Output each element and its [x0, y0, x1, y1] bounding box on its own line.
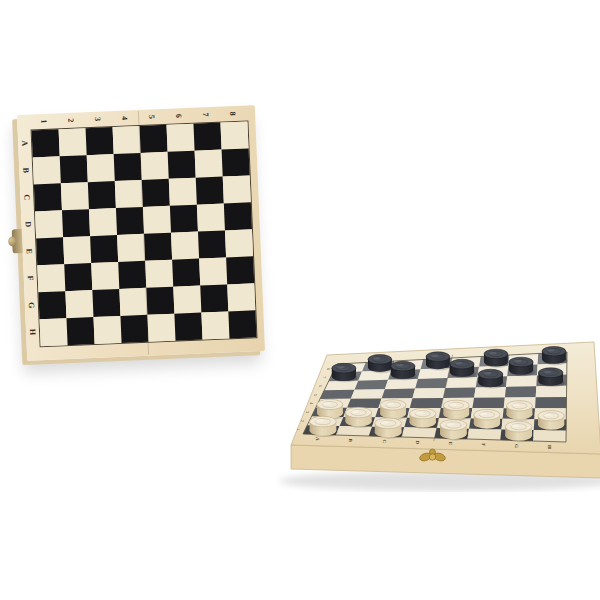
flat-square-c6: [385, 379, 418, 389]
flat-front-coordinate-label: F: [481, 443, 486, 446]
checker-piece-light-b2: [345, 407, 373, 427]
upright-square-C3: [88, 181, 116, 209]
upright-square-B7: [195, 150, 223, 178]
flat-square-f5: [474, 387, 506, 398]
flat-square-h5: [536, 386, 567, 398]
upright-square-E6: [171, 232, 199, 260]
flat-square-b5: [351, 389, 385, 399]
flat-square-f1: [467, 429, 501, 440]
checker-piece-light-e1: [440, 420, 469, 441]
checker-piece-dark-f8: [484, 349, 510, 368]
upright-square-D4: [116, 207, 144, 235]
upright-square-H7: [201, 311, 229, 339]
flat-front-coordinate-label: G: [514, 444, 519, 448]
checker-piece-dark-d8: [426, 352, 452, 371]
checker-piece-light-h2: [538, 411, 566, 431]
checker-piece-dark-a7: [332, 363, 358, 382]
flat-open-board: ABCDEFGH12345678: [265, 312, 600, 492]
flat-square-d5: [412, 388, 445, 398]
upright-square-G7: [200, 284, 228, 312]
checker-piece-light-g3: [506, 401, 534, 421]
upright-square-A6: [166, 124, 194, 152]
flat-left-coordinate-label: 2: [300, 420, 305, 422]
upright-square-B6: [168, 151, 196, 179]
flat-square-b6: [355, 380, 389, 390]
checker-piece-dark-g7: [509, 357, 535, 376]
upright-square-B8: [222, 148, 250, 176]
flat-square-d6: [415, 378, 447, 389]
upright-square-C4: [115, 180, 143, 208]
upright-square-A4: [113, 126, 141, 154]
upright-square-H1: [40, 318, 68, 346]
upright-square-H5: [147, 314, 175, 342]
upright-square-E5: [144, 233, 172, 261]
upright-square-A3: [86, 127, 114, 155]
upright-square-B4: [114, 153, 142, 181]
flat-front-coordinate-label: D: [415, 441, 420, 445]
upright-square-G2: [65, 290, 93, 318]
flat-square-d1: [402, 427, 437, 438]
upright-square-A7: [193, 123, 221, 151]
flat-square-f4: [472, 398, 504, 409]
upright-square-C2: [61, 182, 89, 210]
upright-square-F6: [172, 259, 200, 287]
upright-square-F4: [118, 261, 146, 289]
flat-square-b1: [336, 426, 372, 436]
upright-square-H2: [67, 317, 95, 345]
upright-square-E8: [225, 229, 253, 257]
flat-left-coordinate-label: 6: [318, 385, 323, 387]
upright-square-B2: [60, 155, 88, 183]
upright-square-D3: [89, 208, 117, 236]
checker-piece-dark-b8: [368, 355, 394, 374]
upright-square-C8: [223, 175, 251, 203]
upright-square-B3: [87, 154, 115, 182]
upright-square-G3: [92, 289, 120, 317]
upright-square-G1: [38, 291, 66, 319]
upright-square-A1: [32, 129, 60, 157]
checker-piece-dark-c7: [391, 361, 417, 380]
flat-square-g6: [506, 375, 537, 387]
upright-square-F2: [64, 263, 92, 291]
flat-front-coordinate-label: H: [547, 445, 552, 449]
checker-piece-dark-h6: [538, 368, 564, 387]
flat-left-coordinate-label: 1: [296, 428, 301, 430]
upright-square-A2: [59, 128, 87, 156]
upright-square-D1: [35, 210, 63, 238]
upright-square-B5: [141, 152, 169, 180]
flat-front-coordinate-label: C: [382, 439, 387, 443]
upright-square-A5: [140, 125, 168, 153]
flat-square-b4: [347, 399, 382, 408]
flat-square-e5: [443, 387, 475, 398]
flat-front-coordinate-label: A: [315, 437, 320, 441]
upright-square-C1: [34, 183, 62, 211]
checker-piece-light-d2: [410, 408, 438, 428]
upright-square-G6: [173, 286, 201, 314]
flat-square-g5: [505, 386, 536, 397]
flat-square-e6: [445, 377, 477, 388]
upright-square-B1: [33, 156, 61, 184]
checker-piece-light-e3: [443, 400, 471, 420]
flat-square-h1: [533, 430, 566, 442]
upright-square-D2: [62, 209, 90, 237]
upright-square-E3: [90, 235, 118, 263]
upright-square-C7: [196, 177, 224, 205]
checker-piece-dark-e7: [450, 359, 476, 378]
upright-square-H6: [174, 313, 202, 341]
upright-square-E7: [198, 230, 226, 258]
flat-left-coordinate-label: 5: [313, 394, 318, 396]
upright-square-D6: [170, 205, 198, 233]
upright-square-F3: [91, 262, 119, 290]
upright-square-G8: [227, 283, 255, 311]
upright-folded-board: 12345678 ABCDEFGH: [17, 105, 265, 361]
upright-square-H3: [93, 316, 121, 344]
upright-square-H4: [120, 315, 148, 343]
checker-piece-dark-f6: [478, 369, 504, 388]
checker-piece-light-a1: [310, 416, 339, 437]
upright-square-F1: [37, 264, 65, 292]
checker-piece-light-c1: [375, 418, 404, 439]
upright-square-F8: [226, 256, 254, 284]
upright-square-C6: [169, 178, 197, 206]
upright-square-H8: [228, 310, 256, 338]
flat-square-h4: [535, 397, 566, 408]
flat-square-a5: [320, 390, 355, 399]
checker-piece-light-g1: [505, 421, 534, 442]
checker-piece-dark-h8: [542, 346, 568, 365]
upright-square-G4: [119, 288, 147, 316]
flat-left-coordinate-label: 8: [326, 368, 331, 370]
upright-square-A8: [220, 121, 248, 149]
checker-piece-light-c3: [380, 400, 408, 420]
upright-square-E1: [36, 237, 64, 265]
flat-square-c5: [382, 389, 416, 399]
upright-square-C5: [142, 179, 170, 207]
flat-left-coordinate-label: 7: [322, 376, 327, 378]
upright-square-E2: [63, 236, 91, 264]
upright-square-E4: [117, 234, 145, 262]
upright-square-G5: [146, 287, 174, 315]
upright-square-D8: [224, 202, 252, 230]
product-photo: 12345678 ABCDEFGH ABCDEFGH12345678: [0, 0, 600, 600]
upright-square-F7: [199, 257, 227, 285]
upright-square-F5: [145, 260, 173, 288]
side-clasp: [12, 229, 23, 253]
upright-square-D7: [197, 204, 225, 232]
flat-square-d4: [410, 398, 444, 408]
flat-left-coordinate-label: 3: [305, 411, 310, 413]
upright-square-D5: [143, 206, 171, 234]
checker-piece-light-f2: [474, 409, 502, 429]
